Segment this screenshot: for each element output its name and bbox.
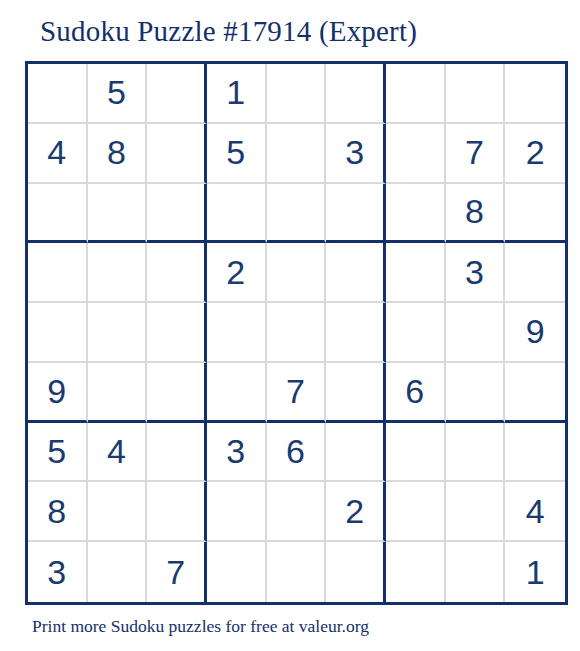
cell-r3c8: 8 — [446, 184, 506, 244]
cell-r4c9 — [505, 243, 565, 303]
cell-r4c5 — [267, 243, 327, 303]
cell-r5c6 — [326, 303, 386, 363]
cell-r6c7: 6 — [386, 363, 446, 423]
cell-r6c2 — [88, 363, 148, 423]
cell-r7c4: 3 — [207, 423, 267, 483]
cell-r5c2 — [88, 303, 148, 363]
cell-r4c8: 3 — [446, 243, 506, 303]
cell-r4c6 — [326, 243, 386, 303]
cell-r7c9 — [505, 423, 565, 483]
cell-r8c1: 8 — [28, 482, 88, 542]
cell-r9c9: 1 — [505, 542, 565, 602]
cell-r1c3 — [147, 64, 207, 124]
cell-r8c3 — [147, 482, 207, 542]
cell-r8c9: 4 — [505, 482, 565, 542]
cell-r3c9 — [505, 184, 565, 244]
cell-r1c4: 1 — [207, 64, 267, 124]
cell-r3c5 — [267, 184, 327, 244]
cell-r2c2: 8 — [88, 124, 148, 184]
cell-r2c3 — [147, 124, 207, 184]
cell-r6c5: 7 — [267, 363, 327, 423]
cell-r4c7 — [386, 243, 446, 303]
cell-r9c8 — [446, 542, 506, 602]
cell-r3c4 — [207, 184, 267, 244]
cell-r4c3 — [147, 243, 207, 303]
cell-r7c1: 5 — [28, 423, 88, 483]
cell-r7c7 — [386, 423, 446, 483]
cell-r6c1: 9 — [28, 363, 88, 423]
cell-r1c2: 5 — [88, 64, 148, 124]
cell-r7c3 — [147, 423, 207, 483]
cell-r8c4 — [207, 482, 267, 542]
cell-r2c7 — [386, 124, 446, 184]
cell-r1c5 — [267, 64, 327, 124]
cell-r8c8 — [446, 482, 506, 542]
cell-r9c4 — [207, 542, 267, 602]
cell-r6c4 — [207, 363, 267, 423]
cell-r6c6 — [326, 363, 386, 423]
cell-r9c5 — [267, 542, 327, 602]
cell-r4c1 — [28, 243, 88, 303]
cell-r9c3: 7 — [147, 542, 207, 602]
cell-r7c6 — [326, 423, 386, 483]
sudoku-print-page: Sudoku Puzzle #17914 (Expert) 5148537282… — [0, 0, 580, 651]
cell-r4c4: 2 — [207, 243, 267, 303]
cell-r2c6: 3 — [326, 124, 386, 184]
cell-r5c3 — [147, 303, 207, 363]
cell-r1c8 — [446, 64, 506, 124]
cell-r1c6 — [326, 64, 386, 124]
cell-r9c2 — [88, 542, 148, 602]
cell-r6c3 — [147, 363, 207, 423]
cell-r5c7 — [386, 303, 446, 363]
cell-r5c1 — [28, 303, 88, 363]
cell-r2c9: 2 — [505, 124, 565, 184]
cell-r6c9 — [505, 363, 565, 423]
cell-r9c1: 3 — [28, 542, 88, 602]
cell-r3c6 — [326, 184, 386, 244]
puzzle-title: Sudoku Puzzle #17914 (Expert) — [40, 15, 417, 48]
cell-r1c9 — [505, 64, 565, 124]
cell-r5c9: 9 — [505, 303, 565, 363]
cell-r8c2 — [88, 482, 148, 542]
cell-r7c8 — [446, 423, 506, 483]
cell-r1c7 — [386, 64, 446, 124]
sudoku-grid: 5148537282399765436824371 — [25, 61, 568, 605]
cell-r5c5 — [267, 303, 327, 363]
cell-r7c2: 4 — [88, 423, 148, 483]
cell-r2c4: 5 — [207, 124, 267, 184]
cell-r8c7 — [386, 482, 446, 542]
cell-r1c1 — [28, 64, 88, 124]
cell-r9c6 — [326, 542, 386, 602]
cell-r2c8: 7 — [446, 124, 506, 184]
cell-r7c5: 6 — [267, 423, 327, 483]
cell-r3c7 — [386, 184, 446, 244]
cell-r3c3 — [147, 184, 207, 244]
cell-r6c8 — [446, 363, 506, 423]
cell-r2c5 — [267, 124, 327, 184]
cell-r5c4 — [207, 303, 267, 363]
cell-r8c5 — [267, 482, 327, 542]
cell-r3c1 — [28, 184, 88, 244]
cell-r5c8 — [446, 303, 506, 363]
cell-r8c6: 2 — [326, 482, 386, 542]
footer-note: Print more Sudoku puzzles for free at va… — [32, 616, 369, 637]
cell-r2c1: 4 — [28, 124, 88, 184]
cell-r4c2 — [88, 243, 148, 303]
cell-r3c2 — [88, 184, 148, 244]
cell-r9c7 — [386, 542, 446, 602]
